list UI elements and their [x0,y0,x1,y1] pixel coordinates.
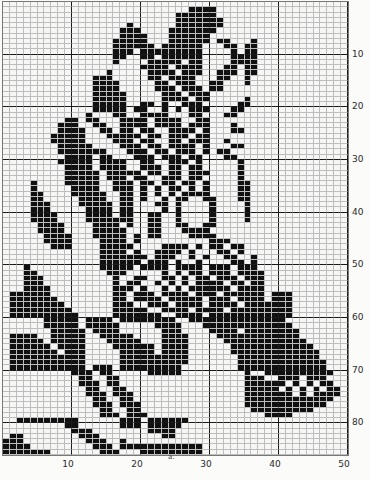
grid-cell [93,450,100,455]
grid-cell [17,450,24,455]
grid-cell [217,450,224,455]
grid-cell [58,450,65,455]
grid-cell [245,450,252,455]
grid-cell [293,450,300,455]
grid-cell [100,450,107,455]
grid-cell [251,450,258,455]
grid-cell [72,450,79,455]
grid-cell [327,450,334,455]
y-axis-label: 30 [352,154,363,164]
grid-cell [120,450,127,455]
grid-cell [127,450,134,455]
grid-cell [189,450,196,455]
y-axis-label: 10 [352,49,363,59]
grid-cell [141,450,148,455]
y-axis-label: 60 [352,312,363,322]
grid-cell [196,450,203,455]
grid-cell [86,450,93,455]
grid-cell [265,450,272,455]
grid-cell [3,450,10,455]
grid-cell [79,450,86,455]
grid-cell [341,450,348,455]
grid-cell [176,450,183,455]
x-axis-label: 50 [338,459,349,469]
grid-cell [10,450,17,455]
axis-artifact-label: a. [168,453,175,461]
x-axis-label: 20 [131,459,142,469]
grid-cell [203,450,210,455]
x-axis-label: 30 [200,459,211,469]
grid-cell [307,450,314,455]
grid-cell [231,450,238,455]
x-axis-label: 10 [62,459,73,469]
grid-cell [134,450,141,455]
grid-cell [272,450,279,455]
grid-cell [65,450,72,455]
grid-cell [224,450,231,455]
grid-cell [24,450,31,455]
grid-cell [238,450,245,455]
grid-cell [51,450,58,455]
y-axis-label: 40 [352,207,363,217]
grid-cell [31,450,38,455]
grid-cell [320,450,327,455]
grid-cell [300,450,307,455]
grid-cell [148,450,155,455]
grid-cell [107,450,114,455]
y-axis-label: 70 [352,365,363,375]
grid-cell [334,450,341,455]
x-axis-label: 40 [269,459,280,469]
y-axis-label: 80 [352,417,363,427]
grid-cell [210,450,217,455]
grid-cell [286,450,293,455]
pattern-grid [2,1,349,456]
grid-cell [314,450,321,455]
grid-cell [279,450,286,455]
grid-cell [38,450,45,455]
grid-cell [155,450,162,455]
y-axis-label: 50 [352,259,363,269]
grid-cell [44,450,51,455]
grid-cell [113,450,120,455]
y-axis-label: 20 [352,101,363,111]
grid-cell [258,450,265,455]
grid-cell [182,450,189,455]
